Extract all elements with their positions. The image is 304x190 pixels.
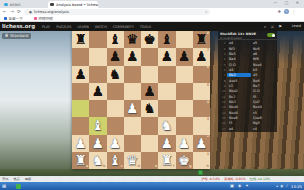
square-b8[interactable]: [89, 31, 106, 48]
move-number: 4: [218, 57, 227, 61]
square-e4[interactable]: ♞: [141, 100, 158, 117]
square-b6[interactable]: [89, 66, 106, 83]
white-bishop[interactable]: ♝: [89, 117, 106, 134]
square-e5[interactable]: ♟: [141, 83, 158, 100]
square-h6[interactable]: 6: [193, 66, 210, 83]
black-pawn[interactable]: ♟: [72, 66, 89, 83]
analysis-panel: Stockfish 14+ NNUE in local browser 1e4e…: [218, 31, 277, 132]
forward-icon[interactable]: →: [10, 9, 14, 14]
square-f3[interactable]: ♞: [158, 117, 175, 134]
move-black-3[interactable]: a6: [251, 52, 275, 56]
square-c8[interactable]: ♝: [107, 31, 124, 48]
browser-toolbar: ← → ⟳ ●lichess.org/analysis ☆ ❖ L ⋮: [0, 8, 304, 16]
move-black-17[interactable]: c4: [251, 127, 275, 131]
move-row-1: 1e4e5: [218, 41, 277, 46]
move-white-13[interactable]: Nbd4: [227, 105, 251, 109]
move-number: 1: [218, 41, 227, 45]
coord-file-b: b: [103, 165, 105, 168]
square-b4[interactable]: [89, 100, 106, 117]
black-bishop[interactable]: ♝: [107, 31, 124, 48]
white-pawn[interactable]: ♟: [124, 100, 141, 117]
ticker-item[interactable]: 深成指 -0.81%: [224, 177, 246, 181]
square-f5[interactable]: [158, 83, 175, 100]
square-e8[interactable]: ♚: [141, 31, 158, 48]
square-f8[interactable]: ♝: [158, 31, 175, 48]
square-c5[interactable]: [107, 83, 124, 100]
square-e1[interactable]: e: [141, 152, 158, 169]
black-pawn[interactable]: ♟: [107, 48, 124, 65]
coord-rank-4: 4: [207, 101, 209, 104]
move-black-12[interactable]: Qd7: [251, 100, 275, 104]
move-black-5[interactable]: Nxe4: [251, 63, 275, 67]
square-c2[interactable]: ♟: [107, 135, 124, 152]
square-g5[interactable]: [176, 83, 193, 100]
taskbar-app-icon-2[interactable]: ◈: [238, 183, 241, 188]
move-white-5[interactable]: O-O: [227, 63, 251, 67]
browser-menu-icon[interactable]: ⋮: [292, 9, 296, 14]
bookmark-item-1[interactable]: 百度一下: [4, 17, 23, 21]
move-black-10[interactable]: O-O: [251, 89, 275, 93]
move-number: 17: [218, 127, 227, 131]
black-knight[interactable]: ♞: [107, 66, 124, 83]
lichess-page: lichess.org PLAYPUZZLESLEARNWATCHCOMMUNI…: [0, 22, 304, 190]
square-f4[interactable]: [158, 100, 175, 117]
bookmark1-favicon: [4, 17, 7, 20]
square-g2[interactable]: ♟: [176, 135, 193, 152]
chess-board[interactable]: ♜♝♛♚♝♜8♟♟♟♟♟7♟♞6♟♟5♟♞4♝♞3♟♟♟♟♟♟2♜a♞b♝c♛d…: [72, 31, 210, 169]
move-number: 11: [218, 95, 227, 99]
nav-item-play[interactable]: PLAY: [42, 25, 50, 29]
url-text: lichess.org/analysis: [34, 10, 69, 14]
coord-rank-8: 8: [207, 32, 209, 35]
square-c7[interactable]: ♟: [107, 48, 124, 65]
black-pawn[interactable]: ♟: [89, 83, 106, 100]
square-c3[interactable]: [107, 117, 124, 134]
white-pawn[interactable]: ♟: [176, 135, 193, 152]
square-c1[interactable]: ♝c: [107, 152, 124, 169]
lock-icon: ●: [29, 10, 32, 14]
move-number: 13: [218, 105, 227, 109]
square-g4[interactable]: [176, 100, 193, 117]
square-h8[interactable]: ♜8: [193, 31, 210, 48]
tab2-title: Analysis board • lichess.org: [56, 3, 98, 7]
move-row-9: 9c3Be7: [218, 83, 277, 88]
taskbar-app-icon-3[interactable]: ✦: [245, 183, 249, 188]
square-f6[interactable]: [158, 66, 175, 83]
move-row-5: 5O-ONxe4: [218, 62, 277, 67]
notifications-icon[interactable]: ⚑: [278, 24, 282, 29]
tab2-favicon-lichess: [50, 3, 54, 7]
tray-icon-3[interactable]: ♪: [286, 184, 288, 188]
variant-label: ♛Standard: [2, 33, 31, 39]
move-white-9[interactable]: c3: [227, 84, 251, 88]
square-c4[interactable]: [107, 100, 124, 117]
black-pawn[interactable]: ♟: [176, 48, 193, 65]
search-icon[interactable]: ⌕: [264, 24, 266, 29]
engine-toggle-knob: [272, 34, 275, 37]
move-row-12: 12Nb3Qd7: [218, 99, 277, 104]
black-rook[interactable]: ♜: [72, 31, 89, 48]
square-d6[interactable]: [124, 66, 141, 83]
white-pawn[interactable]: ♟: [72, 135, 89, 152]
square-h7[interactable]: ♟7: [193, 48, 210, 65]
square-b5[interactable]: ♟: [89, 83, 106, 100]
move-row-11: 11Bc2f5: [218, 94, 277, 99]
white-pawn[interactable]: ♟: [89, 135, 106, 152]
coord-rank-7: 7: [207, 49, 209, 52]
nav-item-puzzles[interactable]: PUZZLES: [56, 25, 71, 29]
move-number: 5: [218, 63, 227, 67]
square-e2[interactable]: [141, 135, 158, 152]
move-black-6[interactable]: b5: [251, 68, 275, 72]
square-e6[interactable]: [141, 66, 158, 83]
square-a5[interactable]: [72, 83, 89, 100]
move-number: 3: [218, 52, 227, 56]
tray-icon-1[interactable]: ▴: [276, 184, 278, 188]
black-pawn[interactable]: ♟: [141, 83, 158, 100]
taskbar-app-icons: ▣◈✦: [230, 183, 249, 188]
move-row-2: 2Nf3Nc6: [218, 46, 277, 51]
move-white-14[interactable]: Nxd4: [227, 111, 251, 115]
move-row-15: 15Nxe6Qxe6: [218, 115, 277, 120]
move-white-16[interactable]: f3: [227, 121, 251, 125]
coord-rank-3: 3: [207, 118, 209, 121]
square-a7[interactable]: [72, 48, 89, 65]
tab1-title: bilibili: [10, 3, 21, 7]
coord-rank-5: 5: [207, 84, 209, 87]
black-bishop[interactable]: ♝: [158, 31, 175, 48]
coord-file-a: a: [86, 165, 88, 168]
square-h1[interactable]: h1: [193, 152, 210, 169]
move-white-12[interactable]: Nb3: [227, 100, 251, 104]
white-pawn[interactable]: ♟: [158, 135, 175, 152]
ticker-item[interactable]: 沪指 -0.54%: [201, 177, 220, 181]
move-row-16: 16f3Ng5: [218, 121, 277, 126]
queen-icon: ♛: [5, 33, 9, 38]
nav-item-learn[interactable]: LEARN: [77, 25, 88, 29]
square-d4[interactable]: ♟: [124, 100, 141, 117]
challenge-icon[interactable]: ⚔: [270, 24, 274, 29]
square-d1[interactable]: ♛d: [124, 152, 141, 169]
square-e3[interactable]: [141, 117, 158, 134]
move-black-9[interactable]: Be7: [251, 84, 275, 88]
feed-item[interactable]: 热点: [13, 177, 19, 181]
back-icon[interactable]: ←: [3, 9, 7, 14]
square-b1[interactable]: ♞b: [89, 152, 106, 169]
bookmark2-favicon: [34, 17, 37, 20]
lichess-header: lichess.org PLAYPUZZLESLEARNWATCHCOMMUNI…: [0, 22, 304, 31]
white-pawn[interactable]: ♟: [107, 135, 124, 152]
square-c6[interactable]: ♞: [107, 66, 124, 83]
engine-header: Stockfish 14+ NNUE in local browser: [218, 31, 277, 40]
lichess-logo[interactable]: lichess.org: [2, 23, 35, 29]
coord-file-c: c: [121, 165, 123, 168]
square-a3[interactable]: [72, 117, 89, 134]
feed-left-items: 资讯热点视频: [2, 177, 31, 181]
move-white-15[interactable]: Nxe6: [227, 116, 251, 120]
move-row-8: 8dxe5Be6: [218, 78, 277, 83]
square-h4[interactable]: 4: [193, 100, 210, 117]
coord-file-d: d: [138, 165, 140, 168]
reload-icon[interactable]: ⟳: [17, 9, 21, 14]
move-number: 7: [218, 73, 227, 77]
move-black-16[interactable]: Ng5: [251, 121, 275, 125]
screenshot-root: bilibili Analysis board • lichess.org — …: [0, 0, 304, 190]
square-a6[interactable]: ♟: [72, 66, 89, 83]
engine-location: in local browser: [220, 36, 242, 40]
black-queen[interactable]: ♛: [124, 31, 141, 48]
move-white-10[interactable]: Nbd2: [227, 89, 251, 93]
taskbar-app-icon-1[interactable]: ▣: [230, 183, 234, 188]
browser-tab-1[interactable]: bilibili: [2, 1, 46, 8]
move-number: 12: [218, 100, 227, 104]
square-g3[interactable]: [176, 117, 193, 134]
move-white-2[interactable]: Nf3: [227, 47, 251, 51]
feed-item[interactable]: 视频: [25, 177, 31, 181]
square-f7[interactable]: ♟: [158, 48, 175, 65]
move-white-7[interactable]: Bb3: [227, 73, 251, 77]
move-row-13: 13Nbd4Nxd4: [218, 105, 277, 110]
move-row-17: 17a4c4: [218, 126, 277, 131]
bookmark-item-2[interactable]: 哔哩哔哩: [34, 17, 53, 21]
nav-item-watch[interactable]: WATCH: [95, 25, 107, 29]
square-h3[interactable]: 3: [193, 117, 210, 134]
engine-toggle[interactable]: [267, 33, 275, 37]
move-white-4[interactable]: Ba4: [227, 57, 251, 61]
windows-taskbar: ⊞ ▣◈✦ ▴◉♪ 14:25: [0, 182, 304, 190]
square-a4[interactable]: [72, 100, 89, 117]
lichess-header-icons: ⌕⚔⚑: [264, 24, 282, 29]
username-label[interactable]: Lewd: [292, 24, 301, 28]
move-white-17[interactable]: a4: [227, 127, 251, 131]
taskbar-app-green-icon[interactable]: [16, 184, 21, 189]
coord-file-f: f: [173, 165, 174, 168]
feed-item[interactable]: 资讯: [2, 177, 8, 181]
move-white-8[interactable]: dxe5: [227, 79, 251, 83]
move-black-14[interactable]: c5: [251, 111, 275, 115]
lichess-nav: PLAYPUZZLESLEARNWATCHCOMMUNITYTOOLS: [42, 25, 151, 29]
move-black-7[interactable]: d5: [251, 73, 275, 77]
move-black-15[interactable]: Qxe6: [251, 116, 275, 120]
profile-avatar[interactable]: L: [284, 9, 289, 14]
square-d8[interactable]: ♛: [124, 31, 141, 48]
square-g8[interactable]: [176, 31, 193, 48]
coord-file-h: h: [207, 165, 209, 168]
square-d3[interactable]: [124, 117, 141, 134]
move-black-8[interactable]: Be6: [251, 79, 275, 83]
background-photo-left: [0, 31, 72, 176]
square-g1[interactable]: ♚g: [176, 152, 193, 169]
green-shortcut-icon[interactable]: [198, 170, 203, 175]
taskbar-clock: 14:25: [291, 184, 302, 189]
square-f1[interactable]: ♜f: [158, 152, 175, 169]
move-number: 15: [218, 116, 227, 120]
square-g7[interactable]: ♟: [176, 48, 193, 65]
move-number: 6: [218, 68, 227, 72]
black-king[interactable]: ♚: [141, 31, 158, 48]
address-bar[interactable]: ●lichess.org/analysis ☆: [24, 9, 210, 15]
move-black-4[interactable]: Nf6: [251, 57, 275, 61]
extensions-icon[interactable]: ❖: [277, 9, 281, 14]
move-row-3: 3Bb5a6: [218, 51, 277, 56]
move-number: 9: [218, 84, 227, 88]
move-white-3[interactable]: Bb5: [227, 52, 251, 56]
square-b7[interactable]: [89, 48, 106, 65]
feed-ticker-items: 沪指 -0.54%深成指 -0.81%恒指 +0.12%: [201, 177, 270, 181]
black-pawn[interactable]: ♟: [124, 48, 141, 65]
ticker-item[interactable]: 恒指 +0.12%: [250, 177, 270, 181]
square-b3[interactable]: ♝: [89, 117, 106, 134]
square-d2[interactable]: [124, 135, 141, 152]
move-number: 8: [218, 79, 227, 83]
start-button-icon[interactable]: ⊞: [2, 183, 6, 189]
move-number: 14: [218, 111, 227, 115]
coord-file-e: e: [155, 165, 157, 168]
move-white-11[interactable]: Bc2: [227, 95, 251, 99]
move-white-1[interactable]: e4: [227, 41, 251, 45]
coord-rank-2: 2: [207, 135, 209, 138]
nav-item-community[interactable]: COMMUNITY: [113, 25, 134, 29]
move-row-4: 4Ba4Nf6: [218, 57, 277, 62]
move-row-14: 14Nxd4c5: [218, 110, 277, 115]
coord-rank-1: 1: [207, 153, 209, 156]
move-row-6: 6d4b5: [218, 67, 277, 72]
square-h5[interactable]: 5: [193, 83, 210, 100]
square-a1[interactable]: ♜a: [72, 152, 89, 169]
move-number: 16: [218, 121, 227, 125]
square-a8[interactable]: ♜: [72, 31, 89, 48]
coord-file-g: g: [189, 165, 191, 168]
black-knight[interactable]: ♞: [141, 100, 158, 117]
square-d7[interactable]: ♟: [124, 48, 141, 65]
system-tray-icons: ▴◉♪: [276, 184, 288, 188]
move-number: 2: [218, 47, 227, 51]
nav-item-tools[interactable]: TOOLS: [140, 25, 151, 29]
move-black-2[interactable]: Nc6: [251, 47, 275, 51]
move-number: 10: [218, 89, 227, 93]
square-b2[interactable]: ♟: [89, 135, 106, 152]
square-g6[interactable]: [176, 66, 193, 83]
move-white-6[interactable]: d4: [227, 68, 251, 72]
coord-rank-6: 6: [207, 66, 209, 69]
tray-icon-2[interactable]: ◉: [280, 184, 283, 188]
move-list: 1e4e52Nf3Nc63Bb5a64Ba4Nf65O-ONxe46d4b57B…: [218, 41, 277, 132]
move-black-1[interactable]: e5: [251, 41, 275, 45]
square-d5[interactable]: [124, 83, 141, 100]
browser-tab-2-active[interactable]: Analysis board • lichess.org: [48, 1, 98, 8]
move-black-11[interactable]: f5: [251, 95, 275, 99]
square-a2[interactable]: ♟: [72, 135, 89, 152]
browser-tab-strip: bilibili Analysis board • lichess.org — …: [0, 0, 304, 8]
tab1-favicon: [4, 3, 8, 7]
square-e7[interactable]: [141, 48, 158, 65]
move-row-10: 10Nbd2O-O: [218, 89, 277, 94]
black-pawn[interactable]: ♟: [158, 48, 175, 65]
bookmark-star-icon[interactable]: ☆: [205, 10, 208, 14]
window-controls[interactable]: — ▢ ✕: [273, 0, 302, 5]
square-f2[interactable]: ♟: [158, 135, 175, 152]
white-knight[interactable]: ♞: [158, 117, 175, 134]
move-black-13[interactable]: Nxd4: [251, 105, 275, 109]
square-h2[interactable]: ♟2: [193, 135, 210, 152]
